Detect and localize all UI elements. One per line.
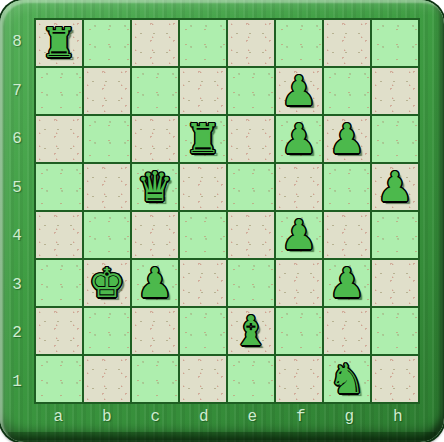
rank-label-6: 6 — [0, 115, 34, 164]
square-a6[interactable] — [36, 116, 82, 162]
square-h7[interactable] — [372, 68, 418, 114]
square-g7[interactable] — [324, 68, 370, 114]
square-b2[interactable] — [84, 308, 130, 354]
square-h4[interactable] — [372, 212, 418, 258]
square-h2[interactable] — [372, 308, 418, 354]
square-g1[interactable]: ♞ — [324, 356, 370, 402]
file-label-b: b — [83, 404, 132, 430]
square-c3[interactable]: ♟ — [132, 260, 178, 306]
square-f3[interactable] — [276, 260, 322, 306]
square-c6[interactable] — [132, 116, 178, 162]
square-c5[interactable]: ♛ — [132, 164, 178, 210]
square-d1[interactable] — [180, 356, 226, 402]
square-d4[interactable] — [180, 212, 226, 258]
piece-rook-d6[interactable]: ♜ — [185, 116, 222, 162]
square-g4[interactable] — [324, 212, 370, 258]
file-label-c: c — [131, 404, 180, 430]
piece-bishop-e2[interactable]: ♝ — [233, 308, 270, 354]
square-a5[interactable] — [36, 164, 82, 210]
piece-pawn-h5[interactable]: ♟ — [377, 164, 414, 210]
square-f1[interactable] — [276, 356, 322, 402]
square-b6[interactable] — [84, 116, 130, 162]
square-b8[interactable] — [84, 20, 130, 66]
square-b4[interactable] — [84, 212, 130, 258]
rank-labels: 87654321 — [0, 18, 34, 406]
square-h1[interactable] — [372, 356, 418, 402]
square-a1[interactable] — [36, 356, 82, 402]
file-label-f: f — [277, 404, 326, 430]
square-e3[interactable] — [228, 260, 274, 306]
piece-pawn-f4[interactable]: ♟ — [281, 212, 318, 258]
piece-queen-c5[interactable]: ♛ — [137, 164, 174, 210]
square-d8[interactable] — [180, 20, 226, 66]
rank-label-1: 1 — [0, 358, 34, 407]
piece-pawn-g6[interactable]: ♟ — [329, 116, 366, 162]
square-b1[interactable] — [84, 356, 130, 402]
square-g8[interactable] — [324, 20, 370, 66]
square-g3[interactable]: ♟ — [324, 260, 370, 306]
chessboard: ♜♟♜♟♟♛♟♟♚♟♟♝♞ — [34, 18, 420, 404]
square-f8[interactable] — [276, 20, 322, 66]
square-a8[interactable]: ♜ — [36, 20, 82, 66]
square-a4[interactable] — [36, 212, 82, 258]
file-label-e: e — [228, 404, 277, 430]
square-f6[interactable]: ♟ — [276, 116, 322, 162]
square-h3[interactable] — [372, 260, 418, 306]
rank-label-3: 3 — [0, 261, 34, 310]
square-h6[interactable] — [372, 116, 418, 162]
rank-label-8: 8 — [0, 18, 34, 67]
piece-king-b3[interactable]: ♚ — [89, 260, 126, 306]
file-label-a: a — [34, 404, 83, 430]
square-g6[interactable]: ♟ — [324, 116, 370, 162]
square-f2[interactable] — [276, 308, 322, 354]
square-a7[interactable] — [36, 68, 82, 114]
square-f7[interactable]: ♟ — [276, 68, 322, 114]
square-d2[interactable] — [180, 308, 226, 354]
rank-label-4: 4 — [0, 212, 34, 261]
square-b5[interactable] — [84, 164, 130, 210]
square-c2[interactable] — [132, 308, 178, 354]
square-c1[interactable] — [132, 356, 178, 402]
square-f4[interactable]: ♟ — [276, 212, 322, 258]
square-d5[interactable] — [180, 164, 226, 210]
square-e8[interactable] — [228, 20, 274, 66]
square-f5[interactable] — [276, 164, 322, 210]
square-a2[interactable] — [36, 308, 82, 354]
chessboard-frame: 87654321 abcdefgh ♜♟♜♟♟♛♟♟♚♟♟♝♞ — [0, 0, 444, 442]
square-c4[interactable] — [132, 212, 178, 258]
file-labels: abcdefgh — [34, 404, 422, 430]
piece-pawn-f7[interactable]: ♟ — [281, 68, 318, 114]
file-label-h: h — [374, 404, 423, 430]
square-a3[interactable] — [36, 260, 82, 306]
piece-pawn-c3[interactable]: ♟ — [137, 260, 174, 306]
square-b3[interactable]: ♚ — [84, 260, 130, 306]
rank-label-7: 7 — [0, 67, 34, 116]
file-label-d: d — [180, 404, 229, 430]
square-d6[interactable]: ♜ — [180, 116, 226, 162]
piece-pawn-f6[interactable]: ♟ — [281, 116, 318, 162]
square-e5[interactable] — [228, 164, 274, 210]
square-e7[interactable] — [228, 68, 274, 114]
piece-rook-a8[interactable]: ♜ — [41, 20, 78, 66]
square-h5[interactable]: ♟ — [372, 164, 418, 210]
square-e1[interactable] — [228, 356, 274, 402]
rank-label-2: 2 — [0, 309, 34, 358]
square-d7[interactable] — [180, 68, 226, 114]
square-e4[interactable] — [228, 212, 274, 258]
square-g2[interactable] — [324, 308, 370, 354]
square-b7[interactable] — [84, 68, 130, 114]
square-h8[interactable] — [372, 20, 418, 66]
piece-knight-g1[interactable]: ♞ — [329, 356, 366, 402]
square-e2[interactable]: ♝ — [228, 308, 274, 354]
piece-pawn-g3[interactable]: ♟ — [329, 260, 366, 306]
square-g5[interactable] — [324, 164, 370, 210]
square-e6[interactable] — [228, 116, 274, 162]
square-c7[interactable] — [132, 68, 178, 114]
file-label-g: g — [325, 404, 374, 430]
square-d3[interactable] — [180, 260, 226, 306]
rank-label-5: 5 — [0, 164, 34, 213]
square-c8[interactable] — [132, 20, 178, 66]
